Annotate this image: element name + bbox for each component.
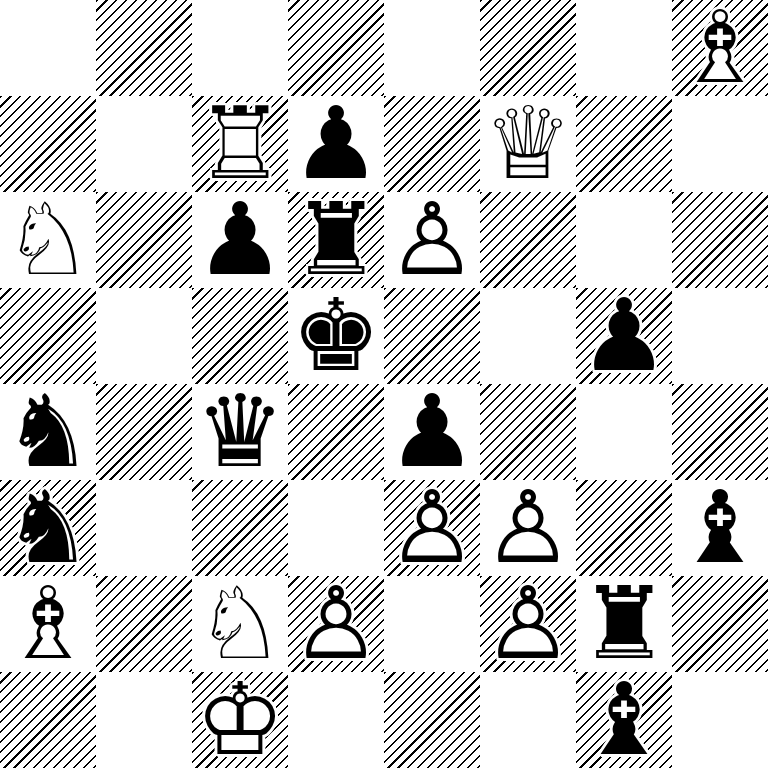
square-a2[interactable]: ♝♗ bbox=[0, 576, 96, 672]
square-d7[interactable]: ♟♟ bbox=[288, 96, 384, 192]
piece-glyph: ♙ bbox=[288, 576, 384, 672]
piece-glyph: ♟ bbox=[384, 384, 480, 480]
piece-glyph: ♙ bbox=[480, 576, 576, 672]
white-knight-piece[interactable]: ♞♘ bbox=[192, 576, 288, 672]
white-knight-piece[interactable]: ♞♘ bbox=[0, 192, 96, 288]
square-f2[interactable]: ♟♙ bbox=[480, 576, 576, 672]
square-g6[interactable] bbox=[576, 192, 672, 288]
square-a4[interactable]: ♞♞ bbox=[0, 384, 96, 480]
black-rook-piece[interactable]: ♜♜ bbox=[576, 576, 672, 672]
square-f8[interactable] bbox=[480, 0, 576, 96]
black-pawn-piece[interactable]: ♟♟ bbox=[288, 96, 384, 192]
piece-glyph: ♝ bbox=[576, 672, 672, 768]
square-g5[interactable]: ♟♟ bbox=[576, 288, 672, 384]
square-b2[interactable] bbox=[96, 576, 192, 672]
piece-glyph: ♚ bbox=[288, 288, 384, 384]
square-b6[interactable] bbox=[96, 192, 192, 288]
square-e4[interactable]: ♟♟ bbox=[384, 384, 480, 480]
piece-glyph: ♜ bbox=[288, 192, 384, 288]
black-king-piece[interactable]: ♚♚ bbox=[288, 288, 384, 384]
square-h6[interactable] bbox=[672, 192, 768, 288]
square-a3[interactable]: ♞♞ bbox=[0, 480, 96, 576]
square-h2[interactable] bbox=[672, 576, 768, 672]
square-g1[interactable]: ♝♝ bbox=[576, 672, 672, 768]
square-h4[interactable] bbox=[672, 384, 768, 480]
white-pawn-piece[interactable]: ♟♙ bbox=[384, 480, 480, 576]
square-g7[interactable] bbox=[576, 96, 672, 192]
square-a7[interactable] bbox=[0, 96, 96, 192]
square-g2[interactable]: ♜♜ bbox=[576, 576, 672, 672]
square-h7[interactable] bbox=[672, 96, 768, 192]
square-e7[interactable] bbox=[384, 96, 480, 192]
black-queen-piece[interactable]: ♛♛ bbox=[192, 384, 288, 480]
piece-glyph: ♟ bbox=[192, 192, 288, 288]
chess-board: ♝♗♜♖♟♟♛♕♞♘♟♟♜♜♟♙♚♚♟♟♞♞♛♛♟♟♞♞♟♙♟♙♝♝♝♗♞♘♟♙… bbox=[0, 0, 768, 768]
square-h5[interactable] bbox=[672, 288, 768, 384]
black-rook-piece[interactable]: ♜♜ bbox=[288, 192, 384, 288]
square-f1[interactable] bbox=[480, 672, 576, 768]
black-knight-piece[interactable]: ♞♞ bbox=[0, 480, 96, 576]
square-e5[interactable] bbox=[384, 288, 480, 384]
square-e2[interactable] bbox=[384, 576, 480, 672]
square-d4[interactable] bbox=[288, 384, 384, 480]
square-e3[interactable]: ♟♙ bbox=[384, 480, 480, 576]
square-b4[interactable] bbox=[96, 384, 192, 480]
piece-glyph: ♗ bbox=[672, 0, 768, 96]
white-pawn-piece[interactable]: ♟♙ bbox=[384, 192, 480, 288]
piece-glyph: ♟ bbox=[288, 96, 384, 192]
square-c7[interactable]: ♜♖ bbox=[192, 96, 288, 192]
white-pawn-piece[interactable]: ♟♙ bbox=[480, 576, 576, 672]
square-a1[interactable] bbox=[0, 672, 96, 768]
square-d6[interactable]: ♜♜ bbox=[288, 192, 384, 288]
square-d8[interactable] bbox=[288, 0, 384, 96]
square-d2[interactable]: ♟♙ bbox=[288, 576, 384, 672]
piece-glyph: ♘ bbox=[192, 576, 288, 672]
square-d5[interactable]: ♚♚ bbox=[288, 288, 384, 384]
piece-glyph: ♖ bbox=[192, 96, 288, 192]
black-pawn-piece[interactable]: ♟♟ bbox=[576, 288, 672, 384]
square-h3[interactable]: ♝♝ bbox=[672, 480, 768, 576]
square-g8[interactable] bbox=[576, 0, 672, 96]
white-bishop-piece[interactable]: ♝♗ bbox=[0, 576, 96, 672]
square-b5[interactable] bbox=[96, 288, 192, 384]
square-c5[interactable] bbox=[192, 288, 288, 384]
black-bishop-piece[interactable]: ♝♝ bbox=[576, 672, 672, 768]
piece-glyph: ♙ bbox=[384, 192, 480, 288]
black-bishop-piece[interactable]: ♝♝ bbox=[672, 480, 768, 576]
piece-glyph: ♙ bbox=[384, 480, 480, 576]
white-queen-piece[interactable]: ♛♕ bbox=[480, 96, 576, 192]
square-c8[interactable] bbox=[192, 0, 288, 96]
piece-glyph: ♕ bbox=[480, 96, 576, 192]
square-a8[interactable] bbox=[0, 0, 96, 96]
square-c4[interactable]: ♛♛ bbox=[192, 384, 288, 480]
square-a5[interactable] bbox=[0, 288, 96, 384]
square-b8[interactable] bbox=[96, 0, 192, 96]
square-c3[interactable] bbox=[192, 480, 288, 576]
piece-glyph: ♗ bbox=[0, 576, 96, 672]
square-e1[interactable] bbox=[384, 672, 480, 768]
white-pawn-piece[interactable]: ♟♙ bbox=[480, 480, 576, 576]
white-bishop-piece[interactable]: ♝♗ bbox=[672, 0, 768, 96]
square-c2[interactable]: ♞♘ bbox=[192, 576, 288, 672]
square-b1[interactable] bbox=[96, 672, 192, 768]
square-b3[interactable] bbox=[96, 480, 192, 576]
square-b7[interactable] bbox=[96, 96, 192, 192]
square-c1[interactable]: ♚♔ bbox=[192, 672, 288, 768]
black-pawn-piece[interactable]: ♟♟ bbox=[384, 384, 480, 480]
square-g3[interactable] bbox=[576, 480, 672, 576]
square-f6[interactable] bbox=[480, 192, 576, 288]
square-a6[interactable]: ♞♘ bbox=[0, 192, 96, 288]
piece-glyph: ♔ bbox=[192, 672, 288, 768]
square-f7[interactable]: ♛♕ bbox=[480, 96, 576, 192]
white-pawn-piece[interactable]: ♟♙ bbox=[288, 576, 384, 672]
piece-glyph: ♛ bbox=[192, 384, 288, 480]
square-e6[interactable]: ♟♙ bbox=[384, 192, 480, 288]
square-d1[interactable] bbox=[288, 672, 384, 768]
square-h8[interactable]: ♝♗ bbox=[672, 0, 768, 96]
square-h1[interactable] bbox=[672, 672, 768, 768]
square-f5[interactable] bbox=[480, 288, 576, 384]
piece-glyph: ♟ bbox=[576, 288, 672, 384]
piece-glyph: ♞ bbox=[0, 384, 96, 480]
piece-glyph: ♝ bbox=[672, 480, 768, 576]
piece-glyph: ♙ bbox=[480, 480, 576, 576]
piece-glyph: ♘ bbox=[0, 192, 96, 288]
square-e8[interactable] bbox=[384, 0, 480, 96]
square-g4[interactable] bbox=[576, 384, 672, 480]
square-f3[interactable]: ♟♙ bbox=[480, 480, 576, 576]
square-c6[interactable]: ♟♟ bbox=[192, 192, 288, 288]
square-d3[interactable] bbox=[288, 480, 384, 576]
piece-glyph: ♞ bbox=[0, 480, 96, 576]
black-knight-piece[interactable]: ♞♞ bbox=[0, 384, 96, 480]
black-pawn-piece[interactable]: ♟♟ bbox=[192, 192, 288, 288]
square-f4[interactable] bbox=[480, 384, 576, 480]
white-king-piece[interactable]: ♚♔ bbox=[192, 672, 288, 768]
piece-glyph: ♜ bbox=[576, 576, 672, 672]
white-rook-piece[interactable]: ♜♖ bbox=[192, 96, 288, 192]
